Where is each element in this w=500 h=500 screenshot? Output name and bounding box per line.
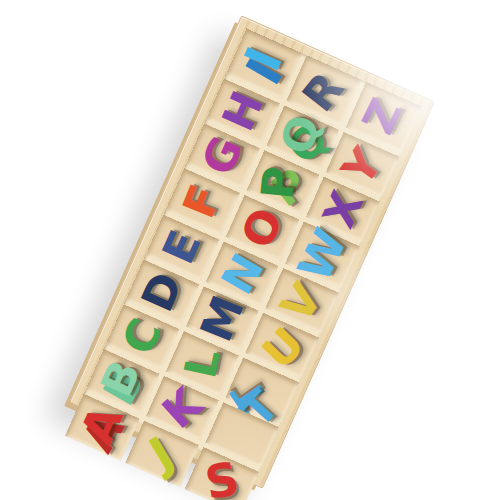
letter-piece-K: K [155,380,210,436]
letter-piece-Z: Z [355,92,409,140]
letter-piece-J: J [143,430,181,478]
letter-piece-H: H [215,85,270,137]
product-photo: IIRZHQQYGPPXFOWENVDMUCLTTBBKAAJS [0,0,500,500]
letter-piece-P: P [255,164,302,201]
letter-piece-D: D [135,266,190,317]
letter-piece-F: F [177,179,229,223]
letter-piece-L: L [178,345,227,382]
letter-piece-G: G [195,130,250,181]
letter-piece-E: E [156,225,208,270]
letter-piece-A: A [73,399,130,450]
letter-piece-Q: Q [275,111,328,159]
letter-piece-R: R [295,65,351,119]
letter-piece-O: O [235,202,290,254]
letter-piece-S: S [202,455,243,500]
letter-piece-N: N [214,247,271,301]
letter-piece-B: B [94,354,148,403]
letter-piece-C: C [116,313,170,361]
letter-tray: IIRZHQQYGPPXFOWENVDMUCLTTBBKAAJS [69,15,435,489]
letter-grid: IIRZHQQYGPPXFOWENVDMUCLTTBBKAAJS [82,28,422,475]
